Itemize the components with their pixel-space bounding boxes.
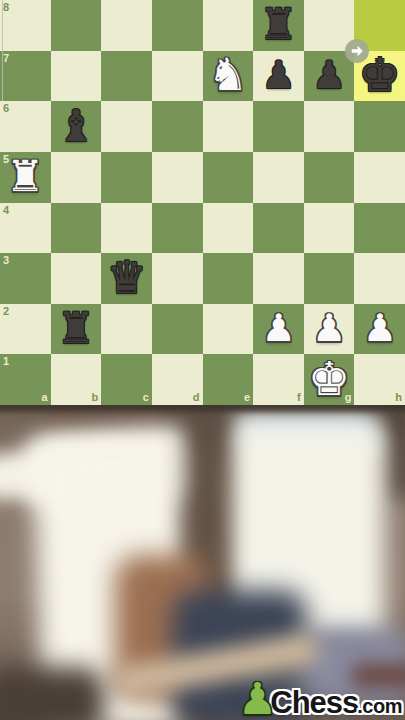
- piece-black-pawn[interactable]: ♟: [253, 50, 304, 101]
- square-b4[interactable]: [51, 203, 102, 254]
- rank-label: 6: [3, 103, 9, 114]
- chesscom-pawn-icon: ♟: [238, 681, 277, 717]
- chess-board: 8♜7♞♟♟♚6♝5♜43♛2♜♟♟♟1abcdefg♚h: [0, 0, 405, 405]
- square-h6[interactable]: [354, 101, 405, 152]
- piece-white-king[interactable]: ♚: [304, 353, 355, 404]
- square-d6[interactable]: [152, 101, 203, 152]
- chesscom-logo-text: Chess: [270, 689, 358, 717]
- square-d3[interactable]: [152, 253, 203, 304]
- video-footage: ♟ Chess .com: [0, 405, 405, 720]
- chess-board-area: 8♜7♞♟♟♚6♝5♜43♛2♜♟♟♟1abcdefg♚h: [0, 0, 405, 405]
- piece-white-pawn[interactable]: ♟: [354, 303, 405, 354]
- square-g3[interactable]: [304, 253, 355, 304]
- piece-white-rook[interactable]: ♜: [0, 151, 51, 202]
- square-h3[interactable]: [354, 253, 405, 304]
- square-e3[interactable]: [203, 253, 254, 304]
- square-h1[interactable]: h: [354, 354, 405, 405]
- square-c5[interactable]: [101, 152, 152, 203]
- square-a6[interactable]: 6: [0, 101, 51, 152]
- square-d1[interactable]: d: [152, 354, 203, 405]
- square-b1[interactable]: b: [51, 354, 102, 405]
- square-d4[interactable]: [152, 203, 203, 254]
- square-h2[interactable]: ♟: [354, 304, 405, 355]
- square-f2[interactable]: ♟: [253, 304, 304, 355]
- square-b3[interactable]: [51, 253, 102, 304]
- file-label: e: [244, 392, 250, 403]
- square-g2[interactable]: ♟: [304, 304, 355, 355]
- square-a4[interactable]: 4: [0, 203, 51, 254]
- rank-label: 3: [3, 255, 9, 266]
- square-b8[interactable]: [51, 0, 102, 51]
- square-h4[interactable]: [354, 203, 405, 254]
- square-f5[interactable]: [253, 152, 304, 203]
- square-a1[interactable]: 1a: [0, 354, 51, 405]
- square-b6[interactable]: ♝: [51, 101, 102, 152]
- square-g1[interactable]: g♚: [304, 354, 355, 405]
- arrow-right-icon: [350, 44, 364, 58]
- file-label: b: [92, 392, 99, 403]
- piece-black-bishop[interactable]: ♝: [51, 100, 102, 151]
- square-f4[interactable]: [253, 203, 304, 254]
- file-label: d: [193, 392, 200, 403]
- chesscom-logo: ♟ Chess .com: [238, 681, 402, 717]
- piece-white-pawn[interactable]: ♟: [253, 303, 304, 354]
- square-c7[interactable]: [101, 51, 152, 102]
- square-a2[interactable]: 2: [0, 304, 51, 355]
- square-a5[interactable]: 5♜: [0, 152, 51, 203]
- square-c4[interactable]: [101, 203, 152, 254]
- square-f3[interactable]: [253, 253, 304, 304]
- square-g5[interactable]: [304, 152, 355, 203]
- file-label: a: [42, 392, 48, 403]
- file-label: c: [143, 392, 149, 403]
- square-b7[interactable]: [51, 51, 102, 102]
- square-b2[interactable]: ♜: [51, 304, 102, 355]
- square-d7[interactable]: [152, 51, 203, 102]
- video-blob: [383, 405, 405, 500]
- file-label: h: [395, 392, 402, 403]
- rank-label: 7: [3, 53, 9, 64]
- square-a7[interactable]: 7: [0, 51, 51, 102]
- square-e6[interactable]: [203, 101, 254, 152]
- square-a3[interactable]: 3: [0, 253, 51, 304]
- rank-label: 4: [3, 205, 9, 216]
- square-g4[interactable]: [304, 203, 355, 254]
- square-c3[interactable]: ♛: [101, 253, 152, 304]
- square-c6[interactable]: [101, 101, 152, 152]
- square-c1[interactable]: c: [101, 354, 152, 405]
- rank-label: 2: [3, 306, 9, 317]
- piece-black-rook[interactable]: ♜: [51, 303, 102, 354]
- piece-black-queen[interactable]: ♛: [101, 252, 152, 303]
- square-f6[interactable]: [253, 101, 304, 152]
- square-c2[interactable]: [101, 304, 152, 355]
- rank-label: 1: [3, 356, 9, 367]
- square-e4[interactable]: [203, 203, 254, 254]
- video-blob: [0, 405, 405, 411]
- square-e8[interactable]: [203, 0, 254, 51]
- square-h5[interactable]: [354, 152, 405, 203]
- square-d5[interactable]: [152, 152, 203, 203]
- chesscom-logo-suffix: .com: [357, 696, 402, 717]
- file-label: f: [297, 392, 301, 403]
- square-e7[interactable]: ♞: [203, 51, 254, 102]
- square-e1[interactable]: e: [203, 354, 254, 405]
- square-f7[interactable]: ♟: [253, 51, 304, 102]
- video-blob: [0, 667, 105, 720]
- square-b5[interactable]: [51, 152, 102, 203]
- piece-white-knight[interactable]: ♞: [203, 50, 254, 101]
- square-g6[interactable]: [304, 101, 355, 152]
- square-d8[interactable]: [152, 0, 203, 51]
- square-a8[interactable]: 8: [0, 0, 51, 51]
- next-move-arrow-icon: [345, 39, 369, 63]
- square-e5[interactable]: [203, 152, 254, 203]
- square-f1[interactable]: f: [253, 354, 304, 405]
- square-c8[interactable]: [101, 0, 152, 51]
- piece-white-pawn[interactable]: ♟: [304, 303, 355, 354]
- piece-black-rook[interactable]: ♜: [253, 0, 304, 50]
- square-f8[interactable]: ♜: [253, 0, 304, 51]
- square-e2[interactable]: [203, 304, 254, 355]
- rank-label: 8: [3, 2, 9, 13]
- square-d2[interactable]: [152, 304, 203, 355]
